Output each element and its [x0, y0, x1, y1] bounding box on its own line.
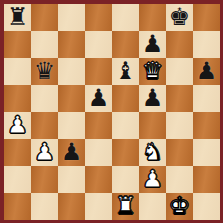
square-g6[interactable] [166, 58, 193, 85]
black-pawn-f5[interactable]: ♟ [142, 86, 164, 110]
white-king-g1[interactable]: ♚ [169, 194, 191, 218]
square-e3[interactable] [112, 139, 139, 166]
square-h2[interactable] [193, 166, 220, 193]
square-f3[interactable]: ♞ [139, 139, 166, 166]
white-queen-f6[interactable]: ♛ [142, 59, 164, 83]
square-f6[interactable]: ♛ [139, 58, 166, 85]
square-d7[interactable] [85, 31, 112, 58]
square-g4[interactable] [166, 112, 193, 139]
square-e2[interactable] [112, 166, 139, 193]
black-pawn-c3[interactable]: ♟ [61, 140, 83, 164]
square-f1[interactable] [139, 193, 166, 220]
square-d2[interactable] [85, 166, 112, 193]
square-d3[interactable] [85, 139, 112, 166]
square-a3[interactable] [4, 139, 31, 166]
black-pawn-d5[interactable]: ♟ [88, 86, 110, 110]
square-c7[interactable] [58, 31, 85, 58]
black-queen-b6[interactable]: ♛ [34, 59, 56, 83]
square-g5[interactable] [166, 85, 193, 112]
chessboard: ♜♚♟♛♝♛♟♟♟♟♟♟♞♟♜♚ [4, 4, 220, 220]
white-knight-f3[interactable]: ♞ [142, 140, 164, 164]
square-b3[interactable]: ♟ [31, 139, 58, 166]
square-e8[interactable] [112, 4, 139, 31]
board-frame: ♜♚♟♛♝♛♟♟♟♟♟♟♞♟♜♚ [0, 0, 223, 223]
square-h1[interactable] [193, 193, 220, 220]
square-a1[interactable] [4, 193, 31, 220]
black-bishop-e6[interactable]: ♝ [115, 59, 137, 83]
square-a7[interactable] [4, 31, 31, 58]
square-g3[interactable] [166, 139, 193, 166]
square-f8[interactable] [139, 4, 166, 31]
square-g8[interactable]: ♚ [166, 4, 193, 31]
square-e7[interactable] [112, 31, 139, 58]
square-c4[interactable] [58, 112, 85, 139]
square-a4[interactable]: ♟ [4, 112, 31, 139]
square-c5[interactable] [58, 85, 85, 112]
square-f2[interactable]: ♟ [139, 166, 166, 193]
square-h6[interactable]: ♟ [193, 58, 220, 85]
square-b4[interactable] [31, 112, 58, 139]
square-c6[interactable] [58, 58, 85, 85]
square-b1[interactable] [31, 193, 58, 220]
square-e5[interactable] [112, 85, 139, 112]
square-b6[interactable]: ♛ [31, 58, 58, 85]
square-h7[interactable] [193, 31, 220, 58]
black-rook-a8[interactable]: ♜ [7, 5, 29, 29]
square-g1[interactable]: ♚ [166, 193, 193, 220]
square-d8[interactable] [85, 4, 112, 31]
white-rook-e1[interactable]: ♜ [115, 194, 137, 218]
square-c1[interactable] [58, 193, 85, 220]
square-e4[interactable] [112, 112, 139, 139]
square-f7[interactable]: ♟ [139, 31, 166, 58]
square-a5[interactable] [4, 85, 31, 112]
black-king-g8[interactable]: ♚ [169, 5, 191, 29]
square-a6[interactable] [4, 58, 31, 85]
square-b5[interactable] [31, 85, 58, 112]
square-d5[interactable]: ♟ [85, 85, 112, 112]
square-g2[interactable] [166, 166, 193, 193]
square-a2[interactable] [4, 166, 31, 193]
black-pawn-f7[interactable]: ♟ [142, 32, 164, 56]
white-pawn-a4[interactable]: ♟ [7, 113, 29, 137]
square-f4[interactable] [139, 112, 166, 139]
square-b2[interactable] [31, 166, 58, 193]
square-h4[interactable] [193, 112, 220, 139]
square-g7[interactable] [166, 31, 193, 58]
square-d6[interactable] [85, 58, 112, 85]
square-c2[interactable] [58, 166, 85, 193]
black-pawn-h6[interactable]: ♟ [196, 59, 218, 83]
square-a8[interactable]: ♜ [4, 4, 31, 31]
square-b8[interactable] [31, 4, 58, 31]
square-h8[interactable] [193, 4, 220, 31]
square-d1[interactable] [85, 193, 112, 220]
square-b7[interactable] [31, 31, 58, 58]
square-e6[interactable]: ♝ [112, 58, 139, 85]
square-d4[interactable] [85, 112, 112, 139]
square-e1[interactable]: ♜ [112, 193, 139, 220]
white-pawn-f2[interactable]: ♟ [142, 167, 164, 191]
square-c8[interactable] [58, 4, 85, 31]
white-pawn-b3[interactable]: ♟ [34, 140, 56, 164]
square-h5[interactable] [193, 85, 220, 112]
square-f5[interactable]: ♟ [139, 85, 166, 112]
square-c3[interactable]: ♟ [58, 139, 85, 166]
square-h3[interactable] [193, 139, 220, 166]
